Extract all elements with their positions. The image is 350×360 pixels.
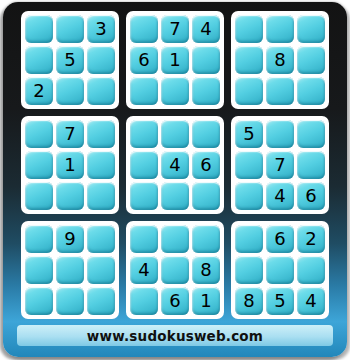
cell-r5c6[interactable]: 6 [192,151,220,179]
cell-r2c7[interactable] [235,46,263,74]
cell-r3c5[interactable] [161,77,189,105]
cell-r9c2[interactable] [56,287,84,315]
cell-r3c7[interactable] [235,77,263,105]
cell-r1c9[interactable] [297,15,325,43]
cell-r4c5[interactable] [161,120,189,148]
cell-r7c6[interactable] [192,225,220,253]
box-9: 62854 [231,221,329,319]
cell-r8c6[interactable]: 8 [192,256,220,284]
cell-r4c1[interactable] [25,120,53,148]
cell-r5c9[interactable] [297,151,325,179]
cell-r6c5[interactable] [161,182,189,210]
cell-r6c9[interactable]: 6 [297,182,325,210]
cell-r9c1[interactable] [25,287,53,315]
box-4: 71 [21,116,119,214]
cell-r6c1[interactable] [25,182,53,210]
cell-r8c1[interactable] [25,256,53,284]
cell-r2c5[interactable]: 1 [161,46,189,74]
cell-r9c3[interactable] [87,287,115,315]
cell-r9c4[interactable] [130,287,158,315]
cell-r1c7[interactable] [235,15,263,43]
cell-r7c9[interactable]: 2 [297,225,325,253]
cell-r8c2[interactable] [56,256,84,284]
cell-r1c8[interactable] [266,15,294,43]
box-3: 8 [231,11,329,109]
cell-r3c6[interactable] [192,77,220,105]
box-2: 7461 [126,11,224,109]
cell-r6c2[interactable] [56,182,84,210]
box-7: 9 [21,221,119,319]
cell-r1c5[interactable]: 7 [161,15,189,43]
cell-r9c8[interactable]: 5 [266,287,294,315]
box-5: 46 [126,116,224,214]
cell-r7c3[interactable] [87,225,115,253]
box-6: 5746 [231,116,329,214]
cell-r5c8[interactable]: 7 [266,151,294,179]
cell-r8c5[interactable] [161,256,189,284]
footer-band: www.sudokusweb.com [17,325,333,346]
cell-r2c2[interactable]: 5 [56,46,84,74]
cell-r9c7[interactable]: 8 [235,287,263,315]
cell-r3c1[interactable]: 2 [25,77,53,105]
cell-r6c4[interactable] [130,182,158,210]
cell-r2c4[interactable]: 6 [130,46,158,74]
cell-r4c9[interactable] [297,120,325,148]
sudoku-grid: 35274618714657469486162854 [21,11,329,319]
cell-r9c6[interactable]: 1 [192,287,220,315]
cell-r5c3[interactable] [87,151,115,179]
cell-r4c6[interactable] [192,120,220,148]
cell-r1c3[interactable]: 3 [87,15,115,43]
board-frame: 35274618714657469486162854 www.sudokuswe… [3,2,347,357]
cell-r7c2[interactable]: 9 [56,225,84,253]
sudoku-puzzle: 35274618714657469486162854 www.sudokuswe… [0,0,350,360]
cell-r1c2[interactable] [56,15,84,43]
cell-r3c9[interactable] [297,77,325,105]
cell-r2c8[interactable]: 8 [266,46,294,74]
cell-r7c4[interactable] [130,225,158,253]
cell-r7c7[interactable] [235,225,263,253]
cell-r3c4[interactable] [130,77,158,105]
cell-r2c9[interactable] [297,46,325,74]
cell-r7c5[interactable] [161,225,189,253]
cell-r4c7[interactable]: 5 [235,120,263,148]
box-1: 352 [21,11,119,109]
cell-r5c5[interactable]: 4 [161,151,189,179]
cell-r8c8[interactable] [266,256,294,284]
cell-r2c1[interactable] [25,46,53,74]
cell-r6c7[interactable] [235,182,263,210]
cell-r1c1[interactable] [25,15,53,43]
cell-r1c6[interactable]: 4 [192,15,220,43]
cell-r3c2[interactable] [56,77,84,105]
cell-r7c8[interactable]: 6 [266,225,294,253]
cell-r3c3[interactable] [87,77,115,105]
cell-r4c8[interactable] [266,120,294,148]
cell-r6c6[interactable] [192,182,220,210]
cell-r4c3[interactable] [87,120,115,148]
cell-r6c8[interactable]: 4 [266,182,294,210]
box-8: 4861 [126,221,224,319]
cell-r8c7[interactable] [235,256,263,284]
cell-r9c5[interactable]: 6 [161,287,189,315]
cell-r6c3[interactable] [87,182,115,210]
cell-r7c1[interactable] [25,225,53,253]
cell-r8c9[interactable] [297,256,325,284]
cell-r8c3[interactable] [87,256,115,284]
cell-r5c2[interactable]: 1 [56,151,84,179]
cell-r5c1[interactable] [25,151,53,179]
cell-r2c3[interactable] [87,46,115,74]
cell-r9c9[interactable]: 4 [297,287,325,315]
cell-r4c2[interactable]: 7 [56,120,84,148]
cell-r4c4[interactable] [130,120,158,148]
cell-r8c4[interactable]: 4 [130,256,158,284]
cell-r5c4[interactable] [130,151,158,179]
cell-r2c6[interactable] [192,46,220,74]
cell-r3c8[interactable] [266,77,294,105]
cell-r5c7[interactable] [235,151,263,179]
site-url[interactable]: www.sudokusweb.com [87,328,263,344]
cell-r1c4[interactable] [130,15,158,43]
